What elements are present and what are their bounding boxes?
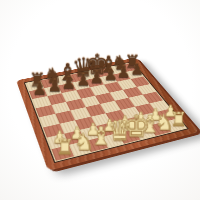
chess-board: ♜♞♝♛♚♝♞♜♟♟♟♟♟♟♟♟♟♟♟♟♟♟♟♟♜♞♝♛♚♝♞♜ — [16, 58, 199, 171]
piece-black-pawn-h7[interactable]: ♟ — [129, 62, 143, 77]
piece-black-pawn-b7[interactable]: ♟ — [47, 78, 62, 94]
piece-black-pawn-g7[interactable]: ♟ — [116, 64, 130, 80]
piece-white-rook-a1[interactable]: ♜ — [55, 137, 73, 158]
piece-black-pawn-d7[interactable]: ♟ — [75, 72, 90, 88]
piece-white-knight-b1[interactable]: ♞ — [73, 130, 91, 153]
square-h4[interactable] — [142, 92, 162, 103]
square-h5[interactable] — [136, 84, 156, 95]
playing-area-frame: ♜♞♝♛♚♝♞♜♟♟♟♟♟♟♟♟♟♟♟♟♟♟♟♟♜♞♝♛♚♝♞♜ — [24, 62, 189, 163]
square-c5[interactable] — [66, 99, 85, 111]
piece-black-pawn-a7[interactable]: ♟ — [32, 81, 47, 98]
piece-black-pawn-c7[interactable]: ♟ — [61, 75, 76, 91]
square-b6[interactable] — [47, 93, 66, 105]
product-photo-canvas: ♜♞♝♛♚♝♞♜♟♟♟♟♟♟♟♟♟♟♟♟♟♟♟♟♜♞♝♛♚♝♞♜ — [0, 0, 200, 200]
board-grid: ♜♞♝♛♚♝♞♜♟♟♟♟♟♟♟♟♟♟♟♟♟♟♟♟♜♞♝♛♚♝♞♜ — [26, 63, 186, 161]
piece-black-pawn-f7[interactable]: ♟ — [103, 67, 117, 83]
piece-black-pawn-e7[interactable]: ♟ — [89, 70, 104, 86]
square-a1[interactable]: ♜ — [51, 145, 73, 161]
board-frame: ♜♞♝♛♚♝♞♜♟♟♟♟♟♟♟♟♟♟♟♟♟♟♟♟♜♞♝♛♚♝♞♜ — [16, 58, 199, 171]
